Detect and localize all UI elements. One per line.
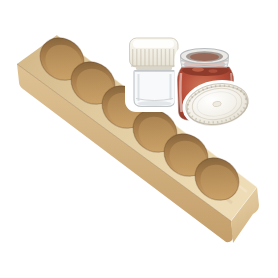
glass-highlight [180,73,181,112]
closed-paint-jar [127,36,181,110]
glass-base-shade [138,101,172,106]
closed-jar-lid [130,38,179,67]
jar-open-mouth [181,49,229,64]
product-photo [0,0,278,278]
closed-jar-glass-body [134,71,175,107]
scene-canvas [0,0,278,278]
jar-neck [136,67,172,71]
